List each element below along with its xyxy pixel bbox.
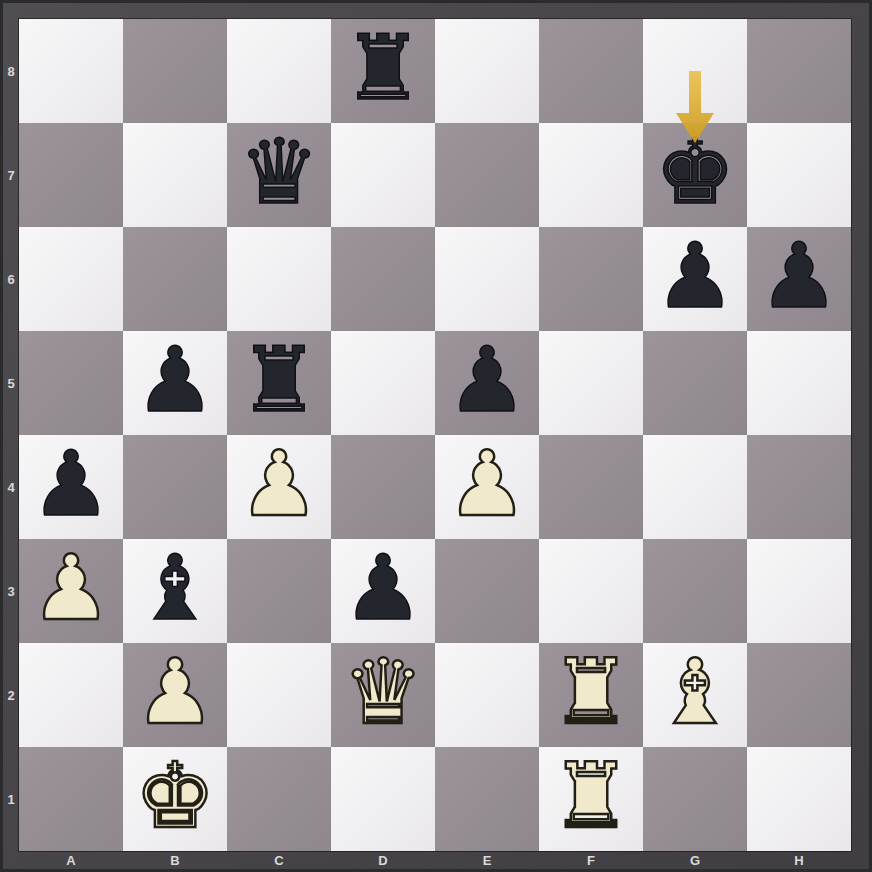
square-e2[interactable]	[435, 643, 539, 747]
square-g1[interactable]	[643, 747, 747, 851]
square-b8[interactable]	[123, 19, 227, 123]
square-b3[interactable]: ♝	[123, 539, 227, 643]
square-h8[interactable]	[747, 19, 851, 123]
piece-black-queen[interactable]: ♛	[239, 123, 320, 224]
piece-black-pawn[interactable]: ♟	[343, 539, 424, 640]
square-h1[interactable]	[747, 747, 851, 851]
square-c5[interactable]: ♜	[227, 331, 331, 435]
rank-label-6: 6	[3, 227, 19, 331]
file-label-g: G	[643, 851, 747, 869]
square-f5[interactable]	[539, 331, 643, 435]
square-e1[interactable]	[435, 747, 539, 851]
square-c6[interactable]	[227, 227, 331, 331]
square-d3[interactable]: ♟	[331, 539, 435, 643]
file-label-a: A	[19, 851, 123, 869]
square-b4[interactable]	[123, 435, 227, 539]
rank-label-2: 2	[3, 643, 19, 747]
square-c4[interactable]: ♟	[227, 435, 331, 539]
file-label-b: B	[123, 851, 227, 869]
square-h7[interactable]	[747, 123, 851, 227]
piece-white-king[interactable]: ♚	[135, 747, 216, 848]
square-f6[interactable]	[539, 227, 643, 331]
square-h3[interactable]	[747, 539, 851, 643]
square-c8[interactable]	[227, 19, 331, 123]
square-h5[interactable]	[747, 331, 851, 435]
piece-white-pawn[interactable]: ♟	[135, 643, 216, 744]
square-a5[interactable]	[19, 331, 123, 435]
piece-white-rook[interactable]: ♜	[551, 643, 632, 744]
square-d5[interactable]	[331, 331, 435, 435]
square-f2[interactable]: ♜	[539, 643, 643, 747]
piece-black-rook[interactable]: ♜	[239, 331, 320, 432]
file-label-d: D	[331, 851, 435, 869]
square-c2[interactable]	[227, 643, 331, 747]
rank-label-7: 7	[3, 123, 19, 227]
square-b7[interactable]	[123, 123, 227, 227]
square-a8[interactable]	[19, 19, 123, 123]
square-f1[interactable]: ♜	[539, 747, 643, 851]
piece-black-pawn[interactable]: ♟	[655, 227, 736, 328]
rank-label-8: 8	[3, 19, 19, 123]
square-g8[interactable]	[643, 19, 747, 123]
square-c1[interactable]	[227, 747, 331, 851]
piece-black-bishop[interactable]: ♝	[135, 539, 216, 640]
piece-white-pawn[interactable]: ♟	[31, 539, 112, 640]
square-f7[interactable]	[539, 123, 643, 227]
square-a1[interactable]	[19, 747, 123, 851]
file-label-e: E	[435, 851, 539, 869]
square-e4[interactable]: ♟	[435, 435, 539, 539]
piece-black-rook[interactable]: ♜	[343, 19, 424, 120]
square-a3[interactable]: ♟	[19, 539, 123, 643]
rank-label-5: 5	[3, 331, 19, 435]
file-label-h: H	[747, 851, 851, 869]
square-a4[interactable]: ♟	[19, 435, 123, 539]
square-g5[interactable]	[643, 331, 747, 435]
square-a2[interactable]	[19, 643, 123, 747]
square-d4[interactable]	[331, 435, 435, 539]
square-d6[interactable]	[331, 227, 435, 331]
square-c3[interactable]	[227, 539, 331, 643]
piece-black-pawn[interactable]: ♟	[759, 227, 840, 328]
square-f8[interactable]	[539, 19, 643, 123]
square-e3[interactable]	[435, 539, 539, 643]
file-labels: ABCDEFGH	[19, 851, 851, 869]
rank-labels: 87654321	[3, 19, 19, 851]
square-d1[interactable]	[331, 747, 435, 851]
square-d8[interactable]: ♜	[331, 19, 435, 123]
square-f4[interactable]	[539, 435, 643, 539]
square-h6[interactable]: ♟	[747, 227, 851, 331]
board: ♜♛♚♟♟♟♜♟♟♟♟♟♝♟♟♛♜♝♚♜	[19, 19, 851, 851]
square-e6[interactable]	[435, 227, 539, 331]
rank-label-4: 4	[3, 435, 19, 539]
square-g7[interactable]: ♚	[643, 123, 747, 227]
chess-board-frame: 87654321 ABCDEFGH ♜♛♚♟♟♟♜♟♟♟♟♟♝♟♟♛♜♝♚♜	[0, 0, 872, 872]
square-d7[interactable]	[331, 123, 435, 227]
piece-white-pawn[interactable]: ♟	[447, 435, 528, 536]
piece-white-queen[interactable]: ♛	[343, 643, 424, 744]
square-f3[interactable]	[539, 539, 643, 643]
square-g3[interactable]	[643, 539, 747, 643]
square-b1[interactable]: ♚	[123, 747, 227, 851]
square-g4[interactable]	[643, 435, 747, 539]
square-c7[interactable]: ♛	[227, 123, 331, 227]
square-e7[interactable]	[435, 123, 539, 227]
square-h4[interactable]	[747, 435, 851, 539]
square-d2[interactable]: ♛	[331, 643, 435, 747]
piece-black-king[interactable]: ♚	[655, 123, 736, 224]
square-b6[interactable]	[123, 227, 227, 331]
square-g6[interactable]: ♟	[643, 227, 747, 331]
square-e5[interactable]: ♟	[435, 331, 539, 435]
file-label-f: F	[539, 851, 643, 869]
piece-black-pawn[interactable]: ♟	[31, 435, 112, 536]
rank-label-1: 1	[3, 747, 19, 851]
square-h2[interactable]	[747, 643, 851, 747]
piece-white-rook[interactable]: ♜	[551, 747, 632, 848]
rank-label-3: 3	[3, 539, 19, 643]
square-b5[interactable]: ♟	[123, 331, 227, 435]
square-b2[interactable]: ♟	[123, 643, 227, 747]
piece-black-pawn[interactable]: ♟	[447, 331, 528, 432]
piece-white-bishop[interactable]: ♝	[655, 643, 736, 744]
piece-white-pawn[interactable]: ♟	[239, 435, 320, 536]
piece-black-pawn[interactable]: ♟	[135, 331, 216, 432]
square-g2[interactable]: ♝	[643, 643, 747, 747]
square-a6[interactable]	[19, 227, 123, 331]
square-a7[interactable]	[19, 123, 123, 227]
square-e8[interactable]	[435, 19, 539, 123]
file-label-c: C	[227, 851, 331, 869]
